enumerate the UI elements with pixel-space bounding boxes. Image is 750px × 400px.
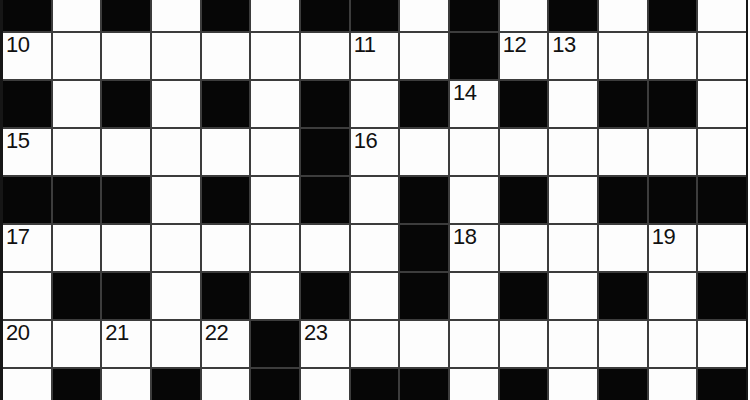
black-cell <box>599 81 647 127</box>
black-cell <box>301 81 349 127</box>
white-cell[interactable] <box>500 129 548 175</box>
white-cell[interactable] <box>400 321 448 367</box>
white-cell[interactable] <box>251 0 299 31</box>
clue-number: 14 <box>453 82 476 104</box>
white-cell[interactable] <box>301 33 349 79</box>
white-cell[interactable] <box>400 129 448 175</box>
black-cell <box>599 273 647 319</box>
black-cell <box>102 81 150 127</box>
white-cell[interactable] <box>251 129 299 175</box>
white-cell[interactable]: 15 <box>3 129 51 175</box>
white-cell[interactable] <box>53 33 101 79</box>
clue-number: 23 <box>304 322 327 344</box>
black-cell <box>500 81 548 127</box>
black-cell <box>649 81 697 127</box>
black-cell <box>251 369 299 400</box>
white-cell[interactable] <box>649 129 697 175</box>
white-cell[interactable] <box>698 129 746 175</box>
white-cell[interactable]: 13 <box>549 33 597 79</box>
black-cell <box>202 0 250 31</box>
white-cell[interactable] <box>500 0 548 31</box>
clue-number: 19 <box>652 226 675 248</box>
clue-number: 15 <box>6 130 29 152</box>
white-cell[interactable] <box>251 225 299 271</box>
white-cell[interactable] <box>698 81 746 127</box>
white-cell[interactable]: 18 <box>450 225 498 271</box>
crossword-grid: 1011121314151617181920212223 <box>0 0 748 400</box>
crossword-puzzle: 1011121314151617181920212223 <box>0 0 750 400</box>
white-cell[interactable] <box>649 33 697 79</box>
clue-number: 18 <box>453 226 476 248</box>
white-cell[interactable] <box>351 177 399 223</box>
white-cell[interactable]: 23 <box>301 321 349 367</box>
white-cell[interactable] <box>450 129 498 175</box>
white-cell[interactable] <box>3 273 51 319</box>
white-cell[interactable] <box>102 33 150 79</box>
white-cell[interactable] <box>251 33 299 79</box>
white-cell[interactable]: 20 <box>3 321 51 367</box>
white-cell[interactable] <box>549 81 597 127</box>
black-cell <box>400 273 448 319</box>
white-cell[interactable]: 16 <box>351 129 399 175</box>
white-cell[interactable] <box>500 225 548 271</box>
black-cell <box>152 369 200 400</box>
black-cell <box>450 0 498 31</box>
white-cell[interactable] <box>549 369 597 400</box>
white-cell[interactable] <box>649 369 697 400</box>
white-cell[interactable] <box>649 321 697 367</box>
black-cell <box>599 369 647 400</box>
white-cell[interactable] <box>152 33 200 79</box>
white-cell[interactable] <box>102 225 150 271</box>
white-cell[interactable] <box>599 0 647 31</box>
clue-number: 20 <box>6 322 29 344</box>
white-cell[interactable] <box>251 81 299 127</box>
black-cell <box>102 0 150 31</box>
white-cell[interactable]: 19 <box>649 225 697 271</box>
black-cell <box>53 177 101 223</box>
white-cell[interactable] <box>152 129 200 175</box>
clue-number: 13 <box>552 34 575 56</box>
white-cell[interactable] <box>549 273 597 319</box>
white-cell[interactable] <box>351 81 399 127</box>
white-cell[interactable] <box>202 33 250 79</box>
white-cell[interactable] <box>251 177 299 223</box>
black-cell <box>102 273 150 319</box>
white-cell[interactable] <box>102 369 150 400</box>
white-cell[interactable]: 12 <box>500 33 548 79</box>
white-cell[interactable] <box>351 273 399 319</box>
clue-number: 10 <box>6 34 29 56</box>
white-cell[interactable] <box>549 129 597 175</box>
white-cell[interactable] <box>53 321 101 367</box>
white-cell[interactable] <box>53 225 101 271</box>
black-cell <box>599 177 647 223</box>
black-cell <box>649 177 697 223</box>
black-cell <box>202 273 250 319</box>
black-cell <box>53 273 101 319</box>
white-cell[interactable]: 21 <box>102 321 150 367</box>
white-cell[interactable] <box>301 225 349 271</box>
clue-number: 16 <box>354 130 377 152</box>
black-cell <box>698 369 746 400</box>
white-cell[interactable] <box>698 0 746 31</box>
white-cell[interactable]: 17 <box>3 225 51 271</box>
white-cell[interactable] <box>599 321 647 367</box>
clue-number: 21 <box>105 322 128 344</box>
black-cell <box>53 369 101 400</box>
white-cell[interactable] <box>450 369 498 400</box>
white-cell[interactable] <box>53 81 101 127</box>
white-cell[interactable] <box>152 321 200 367</box>
white-cell[interactable] <box>351 321 399 367</box>
black-cell <box>3 0 51 31</box>
white-cell[interactable] <box>152 177 200 223</box>
white-cell[interactable] <box>152 0 200 31</box>
white-cell[interactable] <box>152 273 200 319</box>
black-cell <box>500 273 548 319</box>
white-cell[interactable] <box>202 225 250 271</box>
black-cell <box>301 129 349 175</box>
black-cell <box>698 273 746 319</box>
clue-number: 12 <box>503 34 526 56</box>
black-cell <box>202 177 250 223</box>
white-cell[interactable] <box>53 129 101 175</box>
black-cell <box>649 0 697 31</box>
black-cell <box>301 177 349 223</box>
black-cell <box>301 273 349 319</box>
black-cell <box>400 369 448 400</box>
white-cell[interactable] <box>549 177 597 223</box>
white-cell[interactable] <box>202 129 250 175</box>
white-cell[interactable] <box>400 33 448 79</box>
white-cell[interactable] <box>400 0 448 31</box>
white-cell[interactable] <box>698 33 746 79</box>
white-cell[interactable]: 22 <box>202 321 250 367</box>
white-cell[interactable] <box>102 129 150 175</box>
clue-number: 22 <box>205 322 228 344</box>
clue-number: 17 <box>6 226 29 248</box>
black-cell <box>549 0 597 31</box>
white-cell[interactable] <box>549 225 597 271</box>
white-cell[interactable] <box>301 369 349 400</box>
white-cell[interactable] <box>251 273 299 319</box>
black-cell <box>351 0 399 31</box>
black-cell <box>251 321 299 367</box>
black-cell <box>3 81 51 127</box>
white-cell[interactable] <box>202 369 250 400</box>
white-cell[interactable] <box>450 321 498 367</box>
black-cell <box>698 177 746 223</box>
black-cell <box>500 177 548 223</box>
white-cell[interactable] <box>3 369 51 400</box>
white-cell[interactable] <box>53 0 101 31</box>
white-cell[interactable] <box>649 273 697 319</box>
black-cell <box>351 369 399 400</box>
black-cell <box>450 33 498 79</box>
white-cell[interactable] <box>152 81 200 127</box>
white-cell[interactable] <box>599 129 647 175</box>
white-cell[interactable] <box>698 225 746 271</box>
white-cell[interactable] <box>450 273 498 319</box>
white-cell[interactable] <box>549 321 597 367</box>
black-cell <box>400 177 448 223</box>
white-cell[interactable] <box>500 321 548 367</box>
white-cell[interactable] <box>152 225 200 271</box>
white-cell[interactable] <box>599 225 647 271</box>
black-cell <box>400 81 448 127</box>
black-cell <box>102 177 150 223</box>
black-cell <box>500 369 548 400</box>
white-cell[interactable] <box>599 33 647 79</box>
black-cell <box>3 177 51 223</box>
black-cell <box>301 0 349 31</box>
white-cell[interactable] <box>698 321 746 367</box>
white-cell[interactable]: 11 <box>351 33 399 79</box>
black-cell <box>400 225 448 271</box>
black-cell <box>202 81 250 127</box>
white-cell[interactable] <box>450 177 498 223</box>
white-cell[interactable] <box>351 225 399 271</box>
clue-number: 11 <box>354 34 376 56</box>
white-cell[interactable]: 10 <box>3 33 51 79</box>
white-cell[interactable]: 14 <box>450 81 498 127</box>
